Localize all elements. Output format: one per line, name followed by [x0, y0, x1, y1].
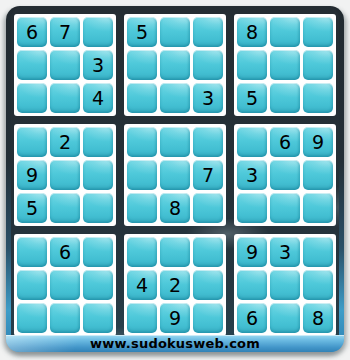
cell-r2c4[interactable] [127, 50, 157, 80]
cell-r3c3[interactable]: 4 [83, 83, 113, 113]
cell-r3c5[interactable] [160, 83, 190, 113]
box-2-1: 295 [14, 124, 116, 226]
cell-r5c5[interactable] [160, 160, 190, 190]
cell-r2c1[interactable] [17, 50, 47, 80]
cell-r2c2[interactable] [50, 50, 80, 80]
cell-r7c1[interactable] [17, 237, 47, 267]
cell-r4c9[interactable]: 9 [303, 127, 333, 157]
cell-r2c8[interactable] [270, 50, 300, 80]
box-1-2: 53 [124, 14, 226, 116]
cell-r9c6[interactable] [193, 303, 223, 333]
cell-r1c6[interactable] [193, 17, 223, 47]
cell-r6c7[interactable] [237, 193, 267, 223]
cell-r4c6[interactable] [193, 127, 223, 157]
cell-r8c2[interactable] [50, 270, 80, 300]
cell-r8c1[interactable] [17, 270, 47, 300]
cell-r2c6[interactable] [193, 50, 223, 80]
cell-r9c2[interactable] [50, 303, 80, 333]
cell-r7c5[interactable] [160, 237, 190, 267]
cell-r4c5[interactable] [160, 127, 190, 157]
box-1-1: 6734 [14, 14, 116, 116]
site-url[interactable]: www.sudokusweb.com [90, 336, 260, 351]
cell-r8c9[interactable] [303, 270, 333, 300]
cell-r5c7[interactable]: 3 [237, 160, 267, 190]
cell-r3c8[interactable] [270, 83, 300, 113]
box-3-3: 9368 [234, 234, 336, 336]
cell-r9c1[interactable] [17, 303, 47, 333]
cell-r9c5[interactable]: 9 [160, 303, 190, 333]
cell-r7c6[interactable] [193, 237, 223, 267]
cell-r1c1[interactable]: 6 [17, 17, 47, 47]
cell-r8c8[interactable] [270, 270, 300, 300]
cell-r6c6[interactable] [193, 193, 223, 223]
cell-r6c4[interactable] [127, 193, 157, 223]
cell-r6c8[interactable] [270, 193, 300, 223]
box-1-3: 85 [234, 14, 336, 116]
cell-r6c3[interactable] [83, 193, 113, 223]
cell-r8c5[interactable]: 2 [160, 270, 190, 300]
cell-r1c7[interactable]: 8 [237, 17, 267, 47]
cell-r3c6[interactable]: 3 [193, 83, 223, 113]
cell-r4c3[interactable] [83, 127, 113, 157]
cell-r5c4[interactable] [127, 160, 157, 190]
cell-r5c8[interactable] [270, 160, 300, 190]
cell-r9c8[interactable] [270, 303, 300, 333]
cell-r4c7[interactable] [237, 127, 267, 157]
cell-r2c9[interactable] [303, 50, 333, 80]
cell-r7c7[interactable]: 9 [237, 237, 267, 267]
cell-r4c4[interactable] [127, 127, 157, 157]
sudoku-board-grid: 673453852957869364299368 [14, 14, 336, 336]
cell-r9c9[interactable]: 8 [303, 303, 333, 333]
cell-r7c8[interactable]: 3 [270, 237, 300, 267]
cell-r8c3[interactable] [83, 270, 113, 300]
sudoku-widget: 673453852957869364299368 www.sudokusweb.… [6, 6, 344, 352]
cell-r5c6[interactable]: 7 [193, 160, 223, 190]
cell-r5c1[interactable]: 9 [17, 160, 47, 190]
cell-r1c3[interactable] [83, 17, 113, 47]
cell-r8c6[interactable] [193, 270, 223, 300]
cell-r6c2[interactable] [50, 193, 80, 223]
cell-r8c4[interactable]: 4 [127, 270, 157, 300]
box-2-3: 693 [234, 124, 336, 226]
cell-r7c2[interactable]: 6 [50, 237, 80, 267]
cell-r9c4[interactable] [127, 303, 157, 333]
page-background: 673453852957869364299368 www.sudokusweb.… [0, 0, 350, 360]
box-2-2: 78 [124, 124, 226, 226]
cell-r7c4[interactable] [127, 237, 157, 267]
cell-r3c9[interactable] [303, 83, 333, 113]
cell-r3c2[interactable] [50, 83, 80, 113]
cell-r5c3[interactable] [83, 160, 113, 190]
cell-r2c7[interactable] [237, 50, 267, 80]
cell-r2c5[interactable] [160, 50, 190, 80]
cell-r1c4[interactable]: 5 [127, 17, 157, 47]
cell-r1c5[interactable] [160, 17, 190, 47]
cell-r6c9[interactable] [303, 193, 333, 223]
cell-r1c8[interactable] [270, 17, 300, 47]
cell-r4c8[interactable]: 6 [270, 127, 300, 157]
cell-r6c5[interactable]: 8 [160, 193, 190, 223]
cell-r9c7[interactable]: 6 [237, 303, 267, 333]
cell-r8c7[interactable] [237, 270, 267, 300]
cell-r1c2[interactable]: 7 [50, 17, 80, 47]
cell-r6c1[interactable]: 5 [17, 193, 47, 223]
cell-r3c4[interactable] [127, 83, 157, 113]
cell-r7c3[interactable] [83, 237, 113, 267]
cell-r7c9[interactable] [303, 237, 333, 267]
cell-r4c2[interactable]: 2 [50, 127, 80, 157]
cell-r2c3[interactable]: 3 [83, 50, 113, 80]
cell-r3c1[interactable] [17, 83, 47, 113]
box-3-1: 6 [14, 234, 116, 336]
box-3-2: 429 [124, 234, 226, 336]
cell-r9c3[interactable] [83, 303, 113, 333]
cell-r3c7[interactable]: 5 [237, 83, 267, 113]
cell-r5c2[interactable] [50, 160, 80, 190]
cell-r5c9[interactable] [303, 160, 333, 190]
cell-r4c1[interactable] [17, 127, 47, 157]
cell-r1c9[interactable] [303, 17, 333, 47]
footer-bar: www.sudokusweb.com [6, 335, 344, 352]
